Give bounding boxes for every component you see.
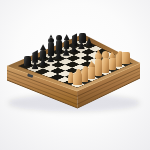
piece-white-rook[interactable] bbox=[73, 73, 82, 85]
piece-black-pawn[interactable] bbox=[40, 57, 47, 66]
piece-white-king[interactable] bbox=[95, 48, 102, 75]
piece-part-cyl bbox=[24, 56, 31, 66]
piece-black-pawn[interactable] bbox=[47, 54, 54, 63]
piece-part-cone bbox=[70, 44, 77, 53]
piece-black-king[interactable] bbox=[48, 33, 54, 55]
piece-white-bishop[interactable] bbox=[88, 61, 95, 79]
piece-part-cyl bbox=[121, 52, 130, 64]
piece-black-pawn[interactable] bbox=[86, 37, 93, 46]
piece-part-cone bbox=[78, 41, 85, 50]
piece-part-cone bbox=[108, 51, 115, 58]
piece-part-cone bbox=[40, 57, 47, 66]
piece-part-slant bbox=[115, 51, 122, 66]
piece-white-queen[interactable] bbox=[102, 50, 109, 72]
piece-part-cone bbox=[64, 34, 70, 40]
piece-part-cone bbox=[63, 47, 70, 56]
piece-part-tip bbox=[96, 49, 100, 53]
piece-part-cyl bbox=[95, 59, 102, 76]
piece-part-tip bbox=[49, 34, 52, 37]
piece-part-cone bbox=[55, 50, 62, 59]
piece-part-slant bbox=[81, 66, 88, 81]
piece-black-rook[interactable] bbox=[24, 56, 31, 66]
piece-part-cone bbox=[47, 54, 54, 63]
piece-black-pawn[interactable] bbox=[78, 41, 85, 50]
piece-black-pawn[interactable] bbox=[63, 47, 70, 56]
piece-part-cone bbox=[88, 61, 95, 68]
piece-black-pawn[interactable] bbox=[55, 50, 62, 59]
piece-part-cyl bbox=[73, 73, 82, 85]
chess-set-photo bbox=[0, 0, 150, 150]
piece-black-pawn[interactable] bbox=[70, 44, 77, 53]
piece-white-bishop[interactable] bbox=[108, 51, 115, 69]
piece-white-knight[interactable] bbox=[81, 66, 88, 81]
piece-part-cyl bbox=[88, 67, 95, 78]
piece-black-pawn[interactable] bbox=[32, 60, 39, 69]
piece-part-cone bbox=[86, 37, 93, 46]
piece-white-knight[interactable] bbox=[115, 51, 122, 66]
piece-part-cyl bbox=[109, 58, 116, 69]
piece-part-cone bbox=[40, 44, 46, 50]
piece-white-rook[interactable] bbox=[121, 52, 130, 64]
piece-part-cone bbox=[32, 60, 39, 69]
piece-part-cyl bbox=[102, 58, 109, 73]
